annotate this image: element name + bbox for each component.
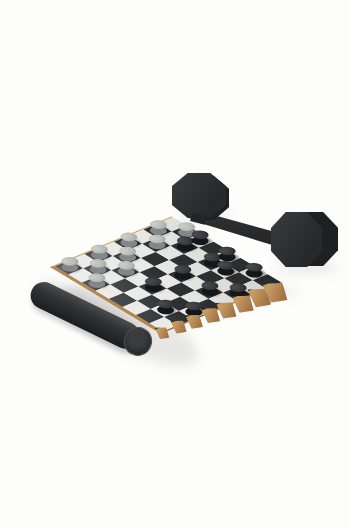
- gray-piece: [84, 277, 108, 289]
- gray-piece: [57, 261, 81, 273]
- black-piece: [141, 281, 165, 293]
- black-piece: [153, 304, 177, 316]
- black-piece: [197, 285, 221, 297]
- gray-piece: [144, 239, 168, 251]
- roller-octagon-right: [271, 211, 338, 268]
- roller-octagon-left-face: [172, 173, 226, 218]
- roller-octagon-left: [172, 173, 230, 221]
- gray-piece: [114, 265, 138, 277]
- black-piece: [241, 267, 265, 279]
- roller-octagon-right-face: [271, 212, 322, 267]
- black-piece: [170, 269, 194, 281]
- black-piece: [213, 265, 237, 277]
- product-photo: [0, 0, 350, 528]
